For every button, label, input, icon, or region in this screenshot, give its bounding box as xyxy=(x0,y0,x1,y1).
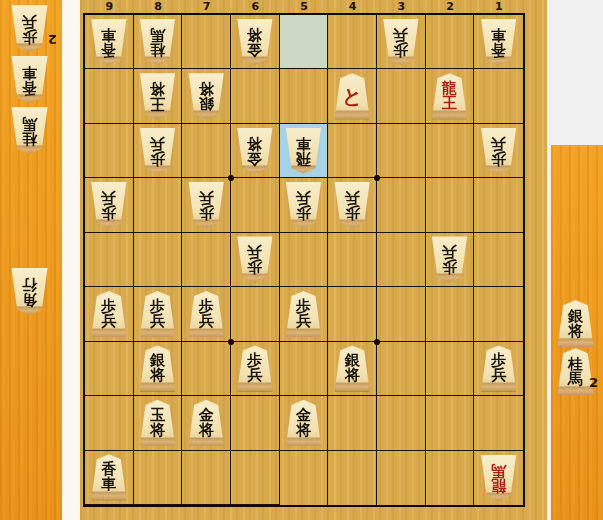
piece-kanji: 歩兵 xyxy=(101,190,116,220)
piece-kanji: 歩兵 xyxy=(101,299,116,329)
piece-kanji: 角行 xyxy=(22,277,37,307)
piece-kanji: 歩兵 xyxy=(150,299,165,329)
square-5-4[interactable]: 歩兵 xyxy=(280,178,329,232)
gote-piece-王将[interactable]: 王将 xyxy=(137,73,177,119)
sente-piece-歩兵[interactable]: 歩兵 xyxy=(479,345,519,391)
file-label: 6 xyxy=(231,0,280,13)
hand-piece-count: 2 xyxy=(589,375,598,390)
square-9-5[interactable] xyxy=(85,233,134,287)
piece-kanji: 歩兵 xyxy=(491,136,506,166)
square-8-9[interactable] xyxy=(134,451,183,505)
square-8-8[interactable]: 玉将 xyxy=(134,396,183,450)
square-5-8[interactable]: 金将 xyxy=(280,396,329,450)
square-7-1[interactable] xyxy=(182,15,231,69)
sente-piece-金将[interactable]: 金将 xyxy=(186,400,226,446)
square-9-3[interactable] xyxy=(85,124,134,178)
piece-kanji: 金将 xyxy=(247,27,262,57)
gote-piece-桂馬[interactable]: 桂馬 xyxy=(137,19,177,65)
square-5-9[interactable] xyxy=(280,451,329,505)
piece-kanji: 銀将 xyxy=(199,81,214,111)
square-3-7[interactable] xyxy=(377,342,426,396)
square-2-6[interactable] xyxy=(426,287,475,341)
piece-kanji: 歩兵 xyxy=(22,14,37,44)
gote-piece-金将[interactable]: 金将 xyxy=(235,128,275,174)
square-7-4[interactable]: 歩兵 xyxy=(182,178,231,232)
square-9-2[interactable] xyxy=(85,69,134,123)
sente-piece-歩兵[interactable]: 歩兵 xyxy=(186,291,226,337)
star-point xyxy=(374,339,380,345)
piece-kanji: 香車 xyxy=(491,27,506,57)
square-9-8[interactable] xyxy=(85,396,134,450)
square-4-7[interactable]: 銀将 xyxy=(328,342,377,396)
file-label: 3 xyxy=(377,0,426,13)
gote-piece-香車[interactable]: 香車 xyxy=(479,19,519,65)
gote-piece-桂馬[interactable]: 桂馬 xyxy=(9,107,50,154)
piece-kanji: 香車 xyxy=(101,462,116,492)
square-2-7[interactable] xyxy=(426,342,475,396)
file-label: 1 xyxy=(474,0,523,13)
file-label: 2 xyxy=(426,0,475,13)
square-4-9[interactable] xyxy=(328,451,377,505)
gote-hand-item-角行[interactable]: 角行 xyxy=(0,266,62,316)
sente-piece-歩兵[interactable]: 歩兵 xyxy=(89,291,129,337)
shogi-board: 987654321 香車桂馬金将歩兵香車王将銀将と龍王歩兵金将飛車歩兵歩兵歩兵歩… xyxy=(80,0,547,520)
hand-piece-count: 2 xyxy=(48,32,57,47)
board-grid: 香車桂馬金将歩兵香車王将銀将と龍王歩兵金将飛車歩兵歩兵歩兵歩兵歩兵歩兵歩兵歩兵歩… xyxy=(83,13,525,507)
gote-piece-香車[interactable]: 香車 xyxy=(9,56,50,103)
sente-hand-item-桂馬[interactable]: 桂馬2 xyxy=(551,346,603,396)
piece-kanji: 龍馬 xyxy=(491,463,506,493)
sente-hand-item-銀将[interactable]: 銀将 xyxy=(551,298,603,348)
square-6-9[interactable] xyxy=(231,451,280,505)
square-5-1[interactable] xyxy=(280,15,329,69)
file-coordinates: 987654321 xyxy=(85,0,523,13)
piece-kanji: 銀将 xyxy=(150,353,165,383)
square-2-5[interactable]: 歩兵 xyxy=(426,233,475,287)
square-8-5[interactable] xyxy=(134,233,183,287)
piece-kanji: 歩兵 xyxy=(296,190,311,220)
sente-piece-銀将[interactable]: 銀将 xyxy=(555,300,596,347)
sente-piece-玉将[interactable]: 玉将 xyxy=(137,400,177,446)
square-1-8[interactable] xyxy=(474,396,523,450)
square-6-6[interactable] xyxy=(231,287,280,341)
square-8-7[interactable]: 銀将 xyxy=(134,342,183,396)
square-1-9[interactable]: 龍馬 xyxy=(474,451,523,505)
promoted-gote-piece-龍馬[interactable]: 龍馬 xyxy=(479,455,519,501)
gote-piece-歩兵[interactable]: 歩兵 xyxy=(479,128,519,174)
square-9-4[interactable]: 歩兵 xyxy=(85,178,134,232)
promoted-sente-piece-龍王[interactable]: 龍王 xyxy=(429,73,469,119)
square-6-5[interactable]: 歩兵 xyxy=(231,233,280,287)
piece-kanji: 桂馬 xyxy=(22,116,37,146)
square-3-2[interactable] xyxy=(377,69,426,123)
piece-kanji: と xyxy=(342,86,362,106)
square-1-4[interactable] xyxy=(474,178,523,232)
piece-kanji: 金将 xyxy=(247,136,262,166)
square-5-3[interactable]: 飛車 xyxy=(280,124,329,178)
gote-piece-金将[interactable]: 金将 xyxy=(235,19,275,65)
gote-piece-歩兵[interactable]: 歩兵 xyxy=(89,182,129,228)
square-7-2[interactable]: 銀将 xyxy=(182,69,231,123)
square-2-3[interactable] xyxy=(426,124,475,178)
file-label: 4 xyxy=(328,0,377,13)
square-4-6[interactable] xyxy=(328,287,377,341)
gote-piece-銀将[interactable]: 銀将 xyxy=(186,73,226,119)
piece-kanji: 金将 xyxy=(296,408,311,438)
gote-piece-飛車[interactable]: 飛車 xyxy=(283,128,323,174)
piece-kanji: 桂馬 xyxy=(150,27,165,57)
gote-piece-歩兵[interactable]: 歩兵 xyxy=(235,236,275,282)
gote-piece-歩兵[interactable]: 歩兵 xyxy=(137,128,177,174)
gote-piece-歩兵[interactable]: 歩兵 xyxy=(332,182,372,228)
square-7-3[interactable] xyxy=(182,124,231,178)
piece-kanji: 飛車 xyxy=(296,136,311,166)
sente-piece-歩兵[interactable]: 歩兵 xyxy=(283,291,323,337)
square-7-5[interactable] xyxy=(182,233,231,287)
square-2-1[interactable] xyxy=(426,15,475,69)
square-5-6[interactable]: 歩兵 xyxy=(280,287,329,341)
left-gap xyxy=(62,0,80,520)
square-4-5[interactable] xyxy=(328,233,377,287)
piece-kanji: 歩兵 xyxy=(199,299,214,329)
piece-kanji: 歩兵 xyxy=(150,136,165,166)
square-3-4[interactable] xyxy=(377,178,426,232)
square-4-8[interactable] xyxy=(328,396,377,450)
shogi-app: 歩兵2香車桂馬角行 987654321 香車桂馬金将歩兵香車王将銀将と龍王歩兵金… xyxy=(0,0,603,520)
sente-hand-tray: 銀将桂馬2 xyxy=(551,145,603,520)
piece-kanji: 王将 xyxy=(150,81,165,111)
sente-piece-香車[interactable]: 香車 xyxy=(89,454,129,500)
gote-hand-item-歩兵[interactable]: 歩兵2 xyxy=(0,3,62,53)
gote-piece-歩兵[interactable]: 歩兵 xyxy=(381,19,421,65)
square-7-6[interactable]: 歩兵 xyxy=(182,287,231,341)
square-1-2[interactable] xyxy=(474,69,523,123)
square-8-3[interactable]: 歩兵 xyxy=(134,124,183,178)
square-6-2[interactable] xyxy=(231,69,280,123)
file-label: 8 xyxy=(134,0,183,13)
square-8-2[interactable]: 王将 xyxy=(134,69,183,123)
piece-kanji: 歩兵 xyxy=(296,299,311,329)
square-3-6[interactable] xyxy=(377,287,426,341)
gote-piece-歩兵[interactable]: 歩兵 xyxy=(9,5,50,52)
square-9-9[interactable]: 香車 xyxy=(85,451,134,505)
file-label: 5 xyxy=(280,0,329,13)
square-4-3[interactable] xyxy=(328,124,377,178)
square-4-4[interactable]: 歩兵 xyxy=(328,178,377,232)
piece-kanji: 歩兵 xyxy=(199,190,214,220)
square-8-6[interactable]: 歩兵 xyxy=(134,287,183,341)
sente-piece-銀将[interactable]: 銀将 xyxy=(137,345,177,391)
sente-piece-金将[interactable]: 金将 xyxy=(283,400,323,446)
file-label: 7 xyxy=(182,0,231,13)
square-1-5[interactable] xyxy=(474,233,523,287)
piece-kanji: 歩兵 xyxy=(247,244,262,274)
square-3-9[interactable] xyxy=(377,451,426,505)
gote-piece-歩兵[interactable]: 歩兵 xyxy=(283,182,323,228)
square-6-7[interactable]: 歩兵 xyxy=(231,342,280,396)
file-label: 9 xyxy=(85,0,134,13)
promoted-sente-piece-と[interactable]: と xyxy=(332,73,372,119)
gote-piece-角行[interactable]: 角行 xyxy=(9,268,50,315)
square-3-5[interactable] xyxy=(377,233,426,287)
square-6-3[interactable]: 金将 xyxy=(231,124,280,178)
square-6-8[interactable] xyxy=(231,396,280,450)
square-1-7[interactable]: 歩兵 xyxy=(474,342,523,396)
piece-kanji: 香車 xyxy=(22,65,37,95)
square-5-5[interactable] xyxy=(280,233,329,287)
sente-piece-歩兵[interactable]: 歩兵 xyxy=(137,291,177,337)
gote-hand-item-香車[interactable]: 香車 xyxy=(0,54,62,104)
gote-hand-item-桂馬[interactable]: 桂馬 xyxy=(0,105,62,155)
square-2-4[interactable] xyxy=(426,178,475,232)
square-1-1[interactable]: 香車 xyxy=(474,15,523,69)
square-2-8[interactable] xyxy=(426,396,475,450)
piece-kanji: 桂馬 xyxy=(568,357,583,387)
square-6-1[interactable]: 金将 xyxy=(231,15,280,69)
square-8-4[interactable] xyxy=(134,178,183,232)
square-5-7[interactable] xyxy=(280,342,329,396)
square-6-4[interactable] xyxy=(231,178,280,232)
star-point xyxy=(228,339,234,345)
square-3-3[interactable] xyxy=(377,124,426,178)
square-3-8[interactable] xyxy=(377,396,426,450)
piece-kanji: 歩兵 xyxy=(393,27,408,57)
gote-piece-歩兵[interactable]: 歩兵 xyxy=(429,236,469,282)
square-7-7[interactable] xyxy=(182,342,231,396)
square-9-6[interactable]: 歩兵 xyxy=(85,287,134,341)
piece-kanji: 歩兵 xyxy=(345,190,360,220)
gote-piece-歩兵[interactable]: 歩兵 xyxy=(186,182,226,228)
piece-kanji: 歩兵 xyxy=(247,353,262,383)
piece-kanji: 龍王 xyxy=(442,81,457,111)
square-8-1[interactable]: 桂馬 xyxy=(134,15,183,69)
sente-piece-銀将[interactable]: 銀将 xyxy=(332,345,372,391)
piece-kanji: 銀将 xyxy=(345,353,360,383)
piece-kanji: 金将 xyxy=(199,408,214,438)
piece-kanji: 香車 xyxy=(101,27,116,57)
piece-kanji: 銀将 xyxy=(568,309,583,339)
piece-kanji: 歩兵 xyxy=(442,244,457,274)
gote-hand-tray: 歩兵2香車桂馬角行 xyxy=(0,0,62,520)
square-3-1[interactable]: 歩兵 xyxy=(377,15,426,69)
square-2-9[interactable] xyxy=(426,451,475,505)
square-7-8[interactable]: 金将 xyxy=(182,396,231,450)
square-2-2[interactable]: 龍王 xyxy=(426,69,475,123)
piece-kanji: 玉将 xyxy=(150,408,165,438)
gote-piece-香車[interactable]: 香車 xyxy=(89,19,129,65)
square-9-7[interactable] xyxy=(85,342,134,396)
square-5-2[interactable] xyxy=(280,69,329,123)
piece-kanji: 歩兵 xyxy=(491,353,506,383)
sente-piece-歩兵[interactable]: 歩兵 xyxy=(235,345,275,391)
square-1-3[interactable]: 歩兵 xyxy=(474,124,523,178)
square-4-1[interactable] xyxy=(328,15,377,69)
square-1-6[interactable] xyxy=(474,287,523,341)
square-7-9[interactable] xyxy=(182,451,231,505)
square-9-1[interactable]: 香車 xyxy=(85,15,134,69)
square-4-2[interactable]: と xyxy=(328,69,377,123)
